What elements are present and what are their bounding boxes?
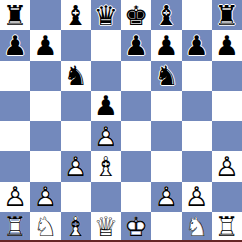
square-b4[interactable] bbox=[30, 121, 60, 151]
square-f6[interactable]: ♞ bbox=[151, 61, 181, 91]
white-bishop[interactable]: ♝♗ bbox=[91, 151, 121, 181]
white-king[interactable]: ♚♔ bbox=[121, 212, 151, 242]
square-c3[interactable]: ♟♙ bbox=[61, 151, 91, 181]
square-f1[interactable] bbox=[151, 212, 181, 242]
black-pawn[interactable]: ♟ bbox=[0, 30, 30, 60]
square-a2[interactable]: ♟♙ bbox=[0, 182, 30, 212]
white-bishop[interactable]: ♝♗ bbox=[61, 212, 91, 242]
square-a8[interactable]: ♜ bbox=[0, 0, 30, 30]
square-b6[interactable] bbox=[30, 61, 60, 91]
square-d3[interactable]: ♝♗ bbox=[91, 151, 121, 181]
square-b3[interactable] bbox=[30, 151, 60, 181]
black-queen[interactable]: ♛ bbox=[91, 0, 121, 30]
square-h7[interactable]: ♟ bbox=[212, 30, 242, 60]
square-a7[interactable]: ♟ bbox=[0, 30, 30, 60]
square-g6[interactable] bbox=[182, 61, 212, 91]
square-h5[interactable] bbox=[212, 91, 242, 121]
square-b2[interactable]: ♟♙ bbox=[30, 182, 60, 212]
square-c6[interactable]: ♞ bbox=[61, 61, 91, 91]
square-g8[interactable] bbox=[182, 0, 212, 30]
square-h2[interactable] bbox=[212, 182, 242, 212]
black-pawn[interactable]: ♟ bbox=[121, 30, 151, 60]
square-g5[interactable] bbox=[182, 91, 212, 121]
square-d7[interactable] bbox=[91, 30, 121, 60]
white-pawn[interactable]: ♟♙ bbox=[0, 182, 30, 212]
square-b1[interactable]: ♞♘ bbox=[30, 212, 60, 242]
white-pawn[interactable]: ♟♙ bbox=[151, 182, 181, 212]
square-c5[interactable] bbox=[61, 91, 91, 121]
square-f3[interactable] bbox=[151, 151, 181, 181]
square-h6[interactable] bbox=[212, 61, 242, 91]
square-f2[interactable]: ♟♙ bbox=[151, 182, 181, 212]
square-e8[interactable]: ♚ bbox=[121, 0, 151, 30]
square-d5[interactable]: ♟ bbox=[91, 91, 121, 121]
square-e4[interactable] bbox=[121, 121, 151, 151]
square-a3[interactable] bbox=[0, 151, 30, 181]
square-f5[interactable] bbox=[151, 91, 181, 121]
square-e1[interactable]: ♚♔ bbox=[121, 212, 151, 242]
square-e6[interactable] bbox=[121, 61, 151, 91]
black-bishop[interactable]: ♝ bbox=[151, 0, 181, 30]
black-knight[interactable]: ♞ bbox=[151, 61, 181, 91]
square-c4[interactable] bbox=[61, 121, 91, 151]
black-pawn[interactable]: ♟ bbox=[151, 30, 181, 60]
square-d2[interactable] bbox=[91, 182, 121, 212]
black-rook[interactable]: ♜ bbox=[0, 0, 30, 30]
black-pawn[interactable]: ♟ bbox=[182, 30, 212, 60]
black-pawn[interactable]: ♟ bbox=[30, 30, 60, 60]
chess-board-container: ♜♝♛♚♝♜♟♟♟♟♟♟♞♞♟♟♙♟♙♝♗♟♙♟♙♟♙♟♙♟♙♜♖♞♘♝♗♛♕♚… bbox=[0, 0, 242, 242]
square-f4[interactable] bbox=[151, 121, 181, 151]
square-a5[interactable] bbox=[0, 91, 30, 121]
square-a4[interactable] bbox=[0, 121, 30, 151]
white-pawn[interactable]: ♟♙ bbox=[30, 182, 60, 212]
square-b8[interactable] bbox=[30, 0, 60, 30]
white-queen[interactable]: ♛♕ bbox=[91, 212, 121, 242]
white-pawn[interactable]: ♟♙ bbox=[182, 182, 212, 212]
white-rook[interactable]: ♜♖ bbox=[0, 212, 30, 242]
square-d1[interactable]: ♛♕ bbox=[91, 212, 121, 242]
square-h8[interactable]: ♜ bbox=[212, 0, 242, 30]
black-knight[interactable]: ♞ bbox=[61, 61, 91, 91]
square-g7[interactable]: ♟ bbox=[182, 30, 212, 60]
square-c7[interactable] bbox=[61, 30, 91, 60]
square-g2[interactable]: ♟♙ bbox=[182, 182, 212, 212]
square-e5[interactable] bbox=[121, 91, 151, 121]
square-d4[interactable]: ♟♙ bbox=[91, 121, 121, 151]
square-b7[interactable]: ♟ bbox=[30, 30, 60, 60]
square-h3[interactable]: ♟♙ bbox=[212, 151, 242, 181]
square-a1[interactable]: ♜♖ bbox=[0, 212, 30, 242]
white-rook[interactable]: ♜♖ bbox=[212, 212, 242, 242]
white-knight[interactable]: ♞♘ bbox=[182, 212, 212, 242]
square-d8[interactable]: ♛ bbox=[91, 0, 121, 30]
square-c1[interactable]: ♝♗ bbox=[61, 212, 91, 242]
chess-board: ♜♝♛♚♝♜♟♟♟♟♟♟♞♞♟♟♙♟♙♝♗♟♙♟♙♟♙♟♙♟♙♜♖♞♘♝♗♛♕♚… bbox=[0, 0, 242, 242]
square-h4[interactable] bbox=[212, 121, 242, 151]
square-c8[interactable]: ♝ bbox=[61, 0, 91, 30]
square-f7[interactable]: ♟ bbox=[151, 30, 181, 60]
black-king[interactable]: ♚ bbox=[121, 0, 151, 30]
square-a6[interactable] bbox=[0, 61, 30, 91]
square-g3[interactable] bbox=[182, 151, 212, 181]
white-knight[interactable]: ♞♘ bbox=[30, 212, 60, 242]
square-g1[interactable]: ♞♘ bbox=[182, 212, 212, 242]
black-pawn[interactable]: ♟ bbox=[91, 91, 121, 121]
black-pawn[interactable]: ♟ bbox=[212, 30, 242, 60]
square-e3[interactable] bbox=[121, 151, 151, 181]
square-h1[interactable]: ♜♖ bbox=[212, 212, 242, 242]
square-e2[interactable] bbox=[121, 182, 151, 212]
white-pawn[interactable]: ♟♙ bbox=[212, 151, 242, 181]
black-bishop[interactable]: ♝ bbox=[61, 0, 91, 30]
white-pawn[interactable]: ♟♙ bbox=[91, 121, 121, 151]
black-rook[interactable]: ♜ bbox=[212, 0, 242, 30]
square-e7[interactable]: ♟ bbox=[121, 30, 151, 60]
square-g4[interactable] bbox=[182, 121, 212, 151]
square-b5[interactable] bbox=[30, 91, 60, 121]
square-d6[interactable] bbox=[91, 61, 121, 91]
square-f8[interactable]: ♝ bbox=[151, 0, 181, 30]
square-c2[interactable] bbox=[61, 182, 91, 212]
white-pawn[interactable]: ♟♙ bbox=[61, 151, 91, 181]
